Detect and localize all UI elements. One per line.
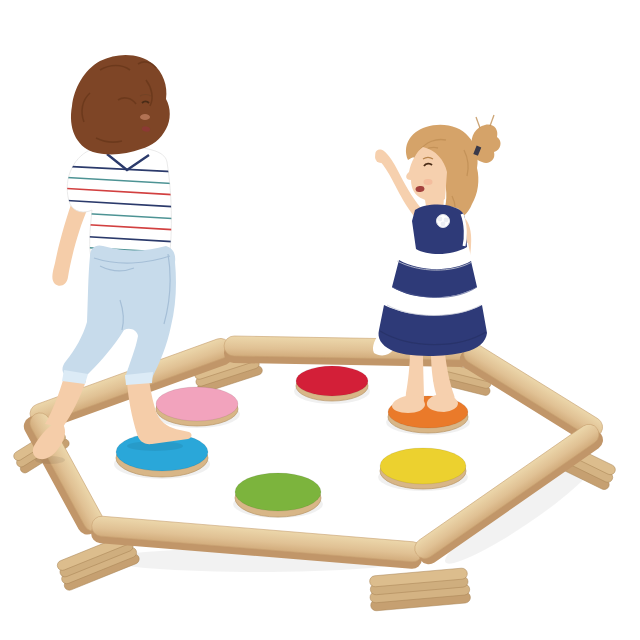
stepping-stone-red <box>294 366 370 404</box>
boy-cheek <box>140 114 150 120</box>
stepping-stone-pink <box>154 387 240 428</box>
dress-bodice <box>412 205 467 254</box>
stepping-stone-green <box>233 473 323 518</box>
girl-cheek <box>424 179 433 185</box>
product-photo <box>0 0 640 640</box>
dress-rosette <box>437 215 450 228</box>
stepping-stone-yellow <box>378 448 468 491</box>
scene-illustration <box>0 0 640 640</box>
